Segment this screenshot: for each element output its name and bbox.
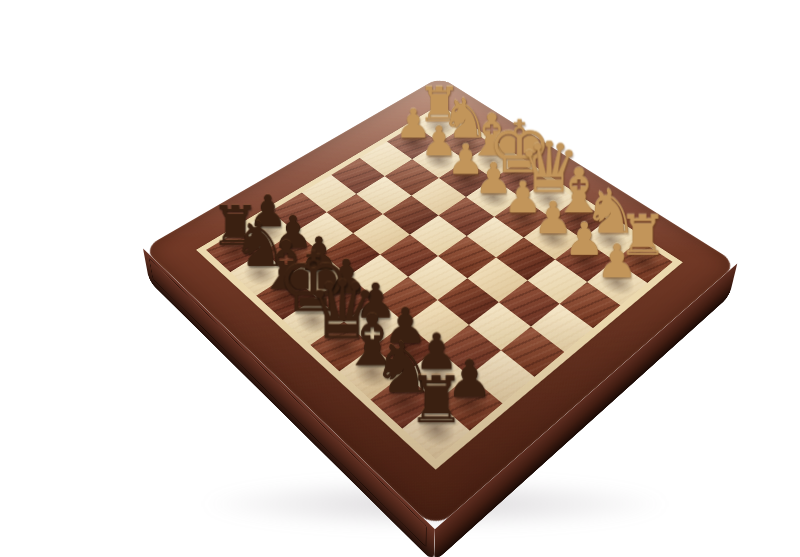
piece-black-rook-a8: ♜ <box>384 369 489 433</box>
piece-white-pawn-a2: ♟ <box>571 239 663 285</box>
chess-board: ♜♞♟♝♟♚♟♛♟♝♟♞♟♟♜♟♟♜♟♟♞♟♝♟♚♟♛♟♝♟♞♜ <box>143 77 737 529</box>
product-photo: ♜♞♟♝♟♚♟♛♟♝♟♞♟♟♜♟♟♜♟♟♞♟♝♟♚♟♛♟♝♟♞♜ <box>0 0 800 557</box>
square-b4 <box>498 280 559 326</box>
